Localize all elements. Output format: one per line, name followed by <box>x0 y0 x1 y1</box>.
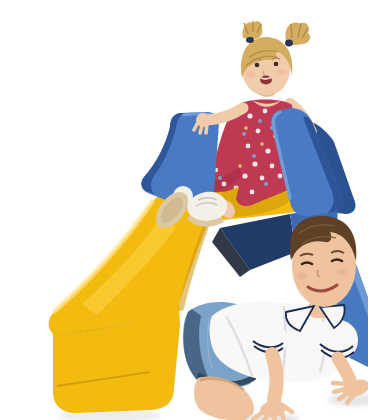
girl-hair-tie-left <box>246 37 254 43</box>
girl-cheek-left <box>247 71 256 77</box>
boy-left-arm <box>272 354 276 400</box>
girl-cheek-right <box>277 69 286 75</box>
girl-eye-left <box>255 63 260 68</box>
boy-cheek-left <box>297 273 307 280</box>
girl-pigtail-right <box>285 23 310 47</box>
boy-cheek-right <box>338 269 348 276</box>
girl-hair-tie-right <box>285 40 293 47</box>
slide-scene-illustration <box>40 16 368 420</box>
product-photo: Product-style photo on a white backgroun… <box>40 16 368 420</box>
girl-eye-right <box>274 62 279 67</box>
